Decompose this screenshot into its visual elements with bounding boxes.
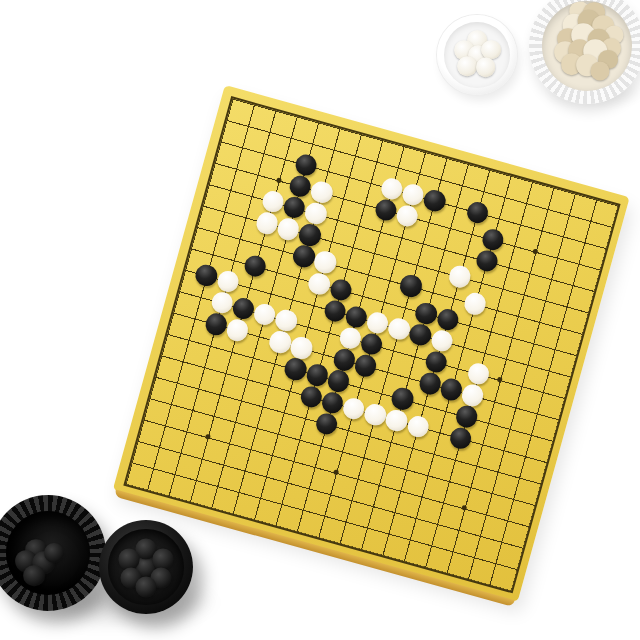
black-stone-lid [99,520,193,614]
hoshi-point [461,505,467,511]
white-stone [379,176,405,202]
white-stone [252,302,278,328]
bowl-stone [476,57,496,77]
go-board [113,85,630,602]
black-stone [331,347,357,373]
black-stone [359,331,385,357]
white-stone [384,407,410,433]
black-stone [423,349,449,375]
white-stone [337,325,363,351]
black-stone [325,368,351,394]
bowl-stone [135,576,156,597]
white-stone [405,413,431,439]
black-stone [398,273,424,299]
white-stone [462,291,488,317]
black-stone [322,298,348,324]
white-stone [224,317,250,343]
black-stone [438,376,464,402]
black-stone [343,304,369,330]
black-stone [448,425,474,451]
black-stone [298,383,324,409]
bowl-stone [457,56,477,76]
black-stone [328,277,354,303]
black-stone [464,199,490,225]
white-lid-stones [444,22,510,88]
bowl-stone [44,543,64,563]
black-stone [193,262,219,288]
white-stone [303,201,329,227]
white-stone [446,263,472,289]
white-stone [364,310,390,336]
black-stone [474,248,500,274]
black-stone [283,356,309,382]
black-stone [417,370,443,396]
bowl-stone [590,62,609,81]
white-stone [312,249,338,275]
white-stone [341,395,367,421]
white-stone [275,216,301,242]
white-stone [386,316,412,342]
black-stone [319,389,345,415]
white-stone [254,210,280,236]
black-lid-stones [108,529,183,604]
white-stone-lid [437,15,517,95]
white-stone [260,189,286,215]
black-stone [373,197,399,223]
white-stone [306,271,332,297]
bowl-stone [23,565,45,587]
black-stone [413,300,439,326]
white-stone [209,290,235,316]
black-stone [353,353,379,379]
white-stone [362,401,388,427]
white-stone [309,179,335,205]
black-stone [421,187,447,213]
black-bowl-stones [6,511,90,595]
black-stone [281,195,307,221]
hoshi-point [205,434,211,440]
black-stone [203,311,229,337]
black-stone [407,322,433,348]
hoshi-point [276,177,282,183]
black-stone [304,362,330,388]
hoshi-point [333,470,339,476]
black-stone [454,404,480,430]
white-stone [465,361,491,387]
white-stone [429,328,455,354]
black-stone [480,227,506,253]
black-stone [291,243,317,269]
black-stone [389,386,415,412]
hoshi-point [497,377,503,383]
black-stone [293,152,319,178]
white-stone [267,329,293,355]
stones-layer [112,85,631,604]
hoshi-point [533,249,539,255]
black-stone [242,253,268,279]
white-stone [460,382,486,408]
black-stone [435,306,461,332]
white-stone [273,307,299,333]
black-stone [230,296,256,322]
white-stone [394,203,420,229]
white-bowl-stones [542,1,633,92]
black-stone [313,411,339,437]
white-stone [400,181,426,207]
white-stone [215,268,241,294]
black-stone [287,173,313,199]
